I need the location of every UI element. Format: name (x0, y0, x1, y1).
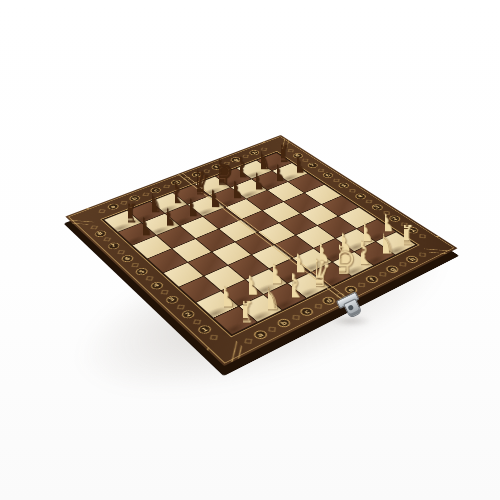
border-ornament (142, 193, 149, 196)
border-ornament (209, 335, 217, 340)
coord-rank-1: 1 (196, 324, 213, 335)
border-ornament (163, 185, 170, 188)
border-ornament (288, 149, 294, 152)
board-face: abcdefgh abcdefgh 87654321 87654321 ♜♞♝♛… (65, 135, 457, 366)
border-ornament (131, 263, 139, 267)
border-ornament (161, 290, 169, 295)
border-ornament (349, 189, 355, 192)
playing-field: ♜♞♝♛♚♝♞♜♟♟♟♟♟♟♟♟♟♟♟♟♟♟♟♟♜♞♝♛♚♝♞♜ (102, 152, 419, 337)
coord-rank-5: 5 (134, 267, 150, 277)
coord-rank-2: 2 (180, 309, 197, 320)
border-ornament (333, 179, 339, 182)
border-ornament (192, 320, 200, 325)
border-ornament (223, 162, 229, 165)
scene: abcdefgh abcdefgh 87654321 87654321 ♜♞♝♛… (0, 0, 500, 500)
border-ornament (103, 238, 110, 242)
border-ornament (261, 147, 267, 150)
border-ornament (176, 305, 184, 310)
border-ornament (317, 169, 323, 172)
border-ornament (183, 177, 190, 180)
border-ornament (366, 200, 372, 204)
coord-rank-8: 8 (93, 229, 108, 238)
border-ornament (120, 201, 127, 205)
coord-rank-3: 3 (164, 294, 181, 305)
border-ornament (90, 226, 97, 230)
border-ornament (242, 155, 248, 158)
border-ornament (203, 169, 209, 172)
coord-rank-6: 6 (120, 254, 136, 264)
chess-board: abcdefgh abcdefgh 87654321 87654321 ♜♞♝♛… (65, 135, 457, 366)
product-photo: abcdefgh abcdefgh 87654321 87654321 ♜♞♝♛… (0, 0, 500, 500)
border-ornament (98, 209, 105, 213)
